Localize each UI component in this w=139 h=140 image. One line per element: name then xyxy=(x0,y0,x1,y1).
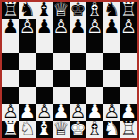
square-h6[interactable] xyxy=(120,36,137,53)
square-g6[interactable] xyxy=(103,36,120,53)
square-b3[interactable] xyxy=(19,87,36,104)
square-c3[interactable] xyxy=(36,87,53,104)
square-d6[interactable] xyxy=(53,36,70,53)
square-b6[interactable] xyxy=(19,36,36,53)
square-e1[interactable]: ♚ xyxy=(70,121,87,138)
square-g4[interactable] xyxy=(103,70,120,87)
chess-app: ♖♞♝♕♚♗♞♖♟♙♟♙♟♙♟♙♙♟♙♟♙♟♙♟♜♘♝♕♚♗♞♖ xyxy=(0,0,139,140)
black-pawn-icon: ♟ xyxy=(2,19,19,36)
square-e5[interactable] xyxy=(70,53,87,70)
square-h5[interactable] xyxy=(120,53,137,70)
black-rook-icon: ♖ xyxy=(2,2,19,19)
square-b8[interactable]: ♞ xyxy=(19,2,36,19)
black-pawn-icon: ♙ xyxy=(120,19,137,36)
white-rook-icon: ♖ xyxy=(120,121,137,138)
white-knight-icon: ♘ xyxy=(19,121,36,138)
black-bishop-icon: ♗ xyxy=(86,2,103,19)
square-g8[interactable]: ♞ xyxy=(103,2,120,19)
square-d3[interactable] xyxy=(53,87,70,104)
square-h7[interactable]: ♙ xyxy=(120,19,137,36)
black-pawn-icon: ♙ xyxy=(19,19,36,36)
square-a5[interactable] xyxy=(2,53,19,70)
square-e4[interactable] xyxy=(70,70,87,87)
black-pawn-icon: ♙ xyxy=(53,19,70,36)
white-pawn-icon: ♙ xyxy=(2,104,19,121)
square-b1[interactable]: ♘ xyxy=(19,121,36,138)
square-g5[interactable] xyxy=(103,53,120,70)
square-h1[interactable]: ♖ xyxy=(120,121,137,138)
square-f7[interactable]: ♙ xyxy=(86,19,103,36)
square-c5[interactable] xyxy=(36,53,53,70)
square-g7[interactable]: ♟ xyxy=(103,19,120,36)
square-d4[interactable] xyxy=(53,70,70,87)
square-b5[interactable] xyxy=(19,53,36,70)
square-d2[interactable]: ♟ xyxy=(53,104,70,121)
white-bishop-icon: ♝ xyxy=(36,121,53,138)
square-b7[interactable]: ♙ xyxy=(19,19,36,36)
white-pawn-icon: ♟ xyxy=(86,104,103,121)
square-d1[interactable]: ♕ xyxy=(53,121,70,138)
white-rook-icon: ♜ xyxy=(2,121,19,138)
black-pawn-icon: ♟ xyxy=(70,19,87,36)
black-knight-icon: ♞ xyxy=(19,2,36,19)
square-c1[interactable]: ♝ xyxy=(36,121,53,138)
square-a7[interactable]: ♟ xyxy=(2,19,19,36)
white-pawn-icon: ♟ xyxy=(53,104,70,121)
square-c8[interactable]: ♝ xyxy=(36,2,53,19)
black-pawn-icon: ♟ xyxy=(36,19,53,36)
square-h4[interactable] xyxy=(120,70,137,87)
square-e2[interactable]: ♙ xyxy=(70,104,87,121)
white-king-icon: ♚ xyxy=(70,121,87,138)
white-pawn-icon: ♙ xyxy=(36,104,53,121)
square-d8[interactable]: ♕ xyxy=(53,2,70,19)
square-a4[interactable] xyxy=(2,70,19,87)
white-pawn-icon: ♙ xyxy=(103,104,120,121)
black-bishop-icon: ♝ xyxy=(36,2,53,19)
square-f8[interactable]: ♗ xyxy=(86,2,103,19)
square-d7[interactable]: ♙ xyxy=(53,19,70,36)
square-c2[interactable]: ♙ xyxy=(36,104,53,121)
square-g2[interactable]: ♙ xyxy=(103,104,120,121)
square-e3[interactable] xyxy=(70,87,87,104)
square-g3[interactable] xyxy=(103,87,120,104)
black-knight-icon: ♞ xyxy=(103,2,120,19)
chess-board: ♖♞♝♕♚♗♞♖♟♙♟♙♟♙♟♙♙♟♙♟♙♟♙♟♜♘♝♕♚♗♞♖ xyxy=(0,0,139,140)
square-f1[interactable]: ♗ xyxy=(86,121,103,138)
square-h2[interactable]: ♟ xyxy=(120,104,137,121)
square-a8[interactable]: ♖ xyxy=(2,2,19,19)
square-e6[interactable] xyxy=(70,36,87,53)
square-f3[interactable] xyxy=(86,87,103,104)
square-g1[interactable]: ♞ xyxy=(103,121,120,138)
black-pawn-icon: ♟ xyxy=(103,19,120,36)
white-queen-icon: ♕ xyxy=(53,121,70,138)
square-a6[interactable] xyxy=(2,36,19,53)
white-pawn-icon: ♟ xyxy=(19,104,36,121)
square-c4[interactable] xyxy=(36,70,53,87)
square-e8[interactable]: ♚ xyxy=(70,2,87,19)
square-b4[interactable] xyxy=(19,70,36,87)
square-e7[interactable]: ♟ xyxy=(70,19,87,36)
white-pawn-icon: ♟ xyxy=(120,104,137,121)
square-c7[interactable]: ♟ xyxy=(36,19,53,36)
white-knight-icon: ♞ xyxy=(103,121,120,138)
square-a1[interactable]: ♜ xyxy=(2,121,19,138)
black-pawn-icon: ♙ xyxy=(86,19,103,36)
square-a3[interactable] xyxy=(2,87,19,104)
square-f2[interactable]: ♟ xyxy=(86,104,103,121)
square-a2[interactable]: ♙ xyxy=(2,104,19,121)
square-f6[interactable] xyxy=(86,36,103,53)
square-d5[interactable] xyxy=(53,53,70,70)
black-king-icon: ♚ xyxy=(70,2,87,19)
black-queen-icon: ♕ xyxy=(53,2,70,19)
square-h3[interactable] xyxy=(120,87,137,104)
square-c6[interactable] xyxy=(36,36,53,53)
white-bishop-icon: ♗ xyxy=(86,121,103,138)
white-pawn-icon: ♙ xyxy=(70,104,87,121)
square-f5[interactable] xyxy=(86,53,103,70)
square-b2[interactable]: ♟ xyxy=(19,104,36,121)
square-f4[interactable] xyxy=(86,70,103,87)
square-h8[interactable]: ♖ xyxy=(120,2,137,19)
black-rook-icon: ♖ xyxy=(120,2,137,19)
